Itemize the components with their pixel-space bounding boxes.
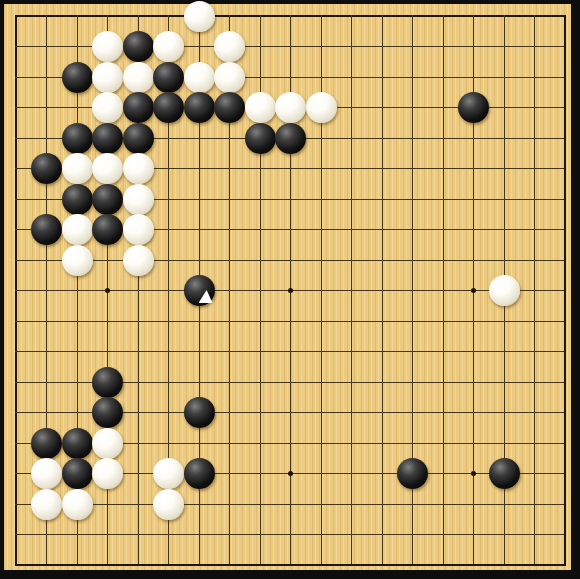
stone-white[interactable] — [123, 245, 154, 276]
stone-white[interactable] — [214, 62, 245, 93]
grid-line-vertical — [382, 15, 383, 566]
stone-black[interactable] — [214, 92, 245, 123]
star-point — [105, 288, 110, 293]
stone-white[interactable] — [184, 1, 215, 32]
stone-white[interactable] — [92, 428, 123, 459]
stone-black[interactable] — [153, 92, 184, 123]
stone-white[interactable] — [92, 92, 123, 123]
stone-white[interactable] — [214, 31, 245, 62]
stone-black[interactable] — [184, 397, 215, 428]
stone-white[interactable] — [275, 92, 306, 123]
stone-white[interactable] — [92, 153, 123, 184]
stone-black[interactable] — [92, 367, 123, 398]
grid-line-horizontal — [15, 321, 566, 322]
stone-white[interactable] — [123, 214, 154, 245]
star-point — [288, 471, 293, 476]
stone-white[interactable] — [153, 31, 184, 62]
grid-line-horizontal — [15, 351, 566, 352]
stone-white[interactable] — [245, 92, 276, 123]
star-point — [288, 288, 293, 293]
stone-white[interactable] — [31, 458, 62, 489]
stone-black[interactable] — [184, 458, 215, 489]
stone-black[interactable] — [184, 92, 215, 123]
go-app-screenshot — [0, 0, 580, 579]
stone-white[interactable] — [123, 153, 154, 184]
stone-black[interactable] — [62, 62, 93, 93]
stone-black[interactable] — [153, 62, 184, 93]
stone-black[interactable] — [31, 153, 62, 184]
stone-white[interactable] — [153, 489, 184, 520]
grid-line-horizontal — [15, 504, 566, 505]
stone-white[interactable] — [489, 275, 520, 306]
stone-white[interactable] — [62, 489, 93, 520]
stone-white[interactable] — [123, 184, 154, 215]
grid-line-horizontal — [15, 534, 566, 535]
star-point — [471, 288, 476, 293]
stone-black[interactable] — [397, 458, 428, 489]
star-point — [471, 471, 476, 476]
stone-black[interactable] — [123, 31, 154, 62]
stone-black[interactable] — [92, 214, 123, 245]
stone-white[interactable] — [92, 458, 123, 489]
stone-black[interactable] — [62, 123, 93, 154]
stone-white[interactable] — [92, 31, 123, 62]
grid-line-vertical — [534, 15, 535, 566]
goban[interactable] — [4, 4, 571, 570]
stone-white[interactable] — [62, 214, 93, 245]
stone-black[interactable] — [489, 458, 520, 489]
stone-white[interactable] — [184, 62, 215, 93]
stone-white[interactable] — [306, 92, 337, 123]
stone-white[interactable] — [153, 458, 184, 489]
stone-black[interactable] — [92, 184, 123, 215]
stone-black[interactable] — [275, 123, 306, 154]
grid-line-vertical — [443, 15, 444, 566]
stone-black[interactable] — [31, 214, 62, 245]
stone-white[interactable] — [123, 62, 154, 93]
stone-black[interactable] — [31, 428, 62, 459]
stone-black[interactable] — [62, 458, 93, 489]
stone-white[interactable] — [31, 489, 62, 520]
stone-black[interactable] — [92, 123, 123, 154]
stone-black[interactable] — [458, 92, 489, 123]
stone-black[interactable] — [184, 275, 215, 306]
stone-black[interactable] — [123, 123, 154, 154]
stone-black[interactable] — [123, 92, 154, 123]
stone-white[interactable] — [92, 62, 123, 93]
grid-line-horizontal — [15, 564, 566, 566]
stone-black[interactable] — [92, 397, 123, 428]
stone-black[interactable] — [62, 184, 93, 215]
stone-black[interactable] — [62, 428, 93, 459]
stone-white[interactable] — [62, 245, 93, 276]
last-move-marker-icon — [199, 290, 213, 303]
stone-black[interactable] — [245, 123, 276, 154]
stone-white[interactable] — [62, 153, 93, 184]
grid-line-vertical — [564, 15, 566, 566]
grid-line-vertical — [351, 15, 352, 566]
